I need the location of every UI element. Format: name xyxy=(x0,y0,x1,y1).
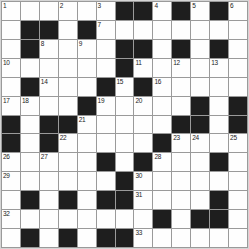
black-cell-r11c4 xyxy=(59,191,77,209)
white-cell-r6c3[interactable] xyxy=(40,97,58,115)
white-cell-r4c6[interactable] xyxy=(97,59,115,77)
white-cell-r3c9[interactable] xyxy=(153,40,171,58)
clue-number-6: 6 xyxy=(230,2,233,9)
white-cell-r8c13[interactable]: 25 xyxy=(229,134,247,152)
white-cell-r3c6[interactable] xyxy=(97,40,115,58)
white-cell-r2c11[interactable] xyxy=(191,21,209,39)
white-cell-r3c13[interactable] xyxy=(229,40,247,58)
black-cell-r5c8 xyxy=(134,78,152,96)
clue-number-18: 18 xyxy=(22,97,29,104)
clue-number-29: 29 xyxy=(3,172,10,179)
white-cell-r2c13[interactable] xyxy=(229,21,247,39)
clue-number-2: 2 xyxy=(60,2,63,9)
white-cell-r6c8[interactable]: 20 xyxy=(134,97,152,115)
white-cell-r10c13[interactable] xyxy=(229,172,247,190)
white-cell-r11c8[interactable]: 31 xyxy=(134,191,152,209)
white-cell-r5c11[interactable] xyxy=(191,78,209,96)
black-cell-r5c6 xyxy=(97,78,115,96)
white-cell-r8c5[interactable] xyxy=(78,134,96,152)
white-cell-r9c2[interactable] xyxy=(21,153,39,171)
white-cell-r3c11[interactable] xyxy=(191,40,209,58)
black-cell-r1c7 xyxy=(116,2,134,20)
black-cell-r7c3 xyxy=(40,116,58,134)
white-cell-r11c9[interactable] xyxy=(153,191,171,209)
black-cell-r7c4 xyxy=(59,116,77,134)
white-cell-r12c3[interactable] xyxy=(40,210,58,228)
white-cell-r6c12[interactable] xyxy=(210,97,228,115)
white-cell-r4c2[interactable] xyxy=(21,59,39,77)
white-cell-r9c10[interactable] xyxy=(172,153,190,171)
black-cell-r12c9 xyxy=(153,210,171,228)
white-cell-r3c5[interactable]: 9 xyxy=(78,40,96,58)
white-cell-r10c8[interactable]: 30 xyxy=(134,172,152,190)
white-cell-r13c1[interactable] xyxy=(2,229,20,247)
white-cell-r13c13[interactable] xyxy=(229,229,247,247)
white-cell-r9c1[interactable]: 26 xyxy=(2,153,20,171)
white-cell-r2c12[interactable] xyxy=(210,21,228,39)
black-cell-r2c5 xyxy=(78,21,96,39)
white-cell-r11c13[interactable] xyxy=(229,191,247,209)
white-cell-r4c8[interactable]: 11 xyxy=(134,59,152,77)
white-cell-r12c13[interactable] xyxy=(229,210,247,228)
white-cell-r7c7[interactable] xyxy=(116,116,134,134)
white-cell-r13c11[interactable] xyxy=(191,229,209,247)
white-cell-r10c10[interactable] xyxy=(172,172,190,190)
white-cell-r1c2[interactable] xyxy=(21,2,39,20)
black-cell-r13c4 xyxy=(59,229,77,247)
white-cell-r13c10[interactable] xyxy=(172,229,190,247)
white-cell-r8c11[interactable]: 24 xyxy=(191,134,209,152)
white-cell-r10c2[interactable] xyxy=(21,172,39,190)
white-cell-r4c13[interactable] xyxy=(229,59,247,77)
black-cell-r13c2 xyxy=(21,229,39,247)
black-cell-r9c6 xyxy=(97,153,115,171)
white-cell-r6c7[interactable] xyxy=(116,97,134,115)
white-cell-r12c5[interactable] xyxy=(78,210,96,228)
white-cell-r9c5[interactable] xyxy=(78,153,96,171)
white-cell-r10c12[interactable] xyxy=(210,172,228,190)
white-cell-r7c6[interactable] xyxy=(97,116,115,134)
black-cell-r8c9 xyxy=(153,134,171,152)
white-cell-r12c6[interactable] xyxy=(97,210,115,228)
white-cell-r11c5[interactable] xyxy=(78,191,96,209)
clue-number-16: 16 xyxy=(154,78,161,85)
white-cell-r4c1[interactable]: 10 xyxy=(2,59,20,77)
black-cell-r7c1 xyxy=(2,116,20,134)
crossword-grid: 1234567891011121314151617181920212223242… xyxy=(1,1,248,248)
black-cell-r11c6 xyxy=(97,191,115,209)
black-cell-r13c7 xyxy=(116,229,134,247)
black-cell-r8c3 xyxy=(40,134,58,152)
white-cell-r9c13[interactable] xyxy=(229,153,247,171)
white-cell-r4c9[interactable] xyxy=(153,59,171,77)
white-cell-r13c5[interactable] xyxy=(78,229,96,247)
white-cell-r1c6[interactable]: 3 xyxy=(97,2,115,20)
black-cell-r7c11 xyxy=(191,116,209,134)
white-cell-r8c4[interactable]: 22 xyxy=(59,134,77,152)
white-cell-r13c3[interactable] xyxy=(40,229,58,247)
white-cell-r8c10[interactable]: 23 xyxy=(172,134,190,152)
clue-number-25: 25 xyxy=(230,134,237,141)
white-cell-r1c9[interactable]: 4 xyxy=(153,2,171,20)
white-cell-r12c1[interactable]: 32 xyxy=(2,210,20,228)
black-cell-r11c12 xyxy=(210,191,228,209)
black-cell-r6c13 xyxy=(229,97,247,115)
white-cell-r12c7[interactable] xyxy=(116,210,134,228)
white-cell-r3c4[interactable] xyxy=(59,40,77,58)
white-cell-r11c3[interactable] xyxy=(40,191,58,209)
white-cell-r6c10[interactable] xyxy=(172,97,190,115)
white-cell-r12c8[interactable] xyxy=(134,210,152,228)
white-cell-r7c9[interactable] xyxy=(153,116,171,134)
black-cell-r11c2 xyxy=(21,191,39,209)
black-cell-r7c10 xyxy=(172,116,190,134)
black-cell-r3c8 xyxy=(134,40,152,58)
white-cell-r3c1[interactable] xyxy=(2,40,20,58)
white-cell-r1c13[interactable]: 6 xyxy=(229,2,247,20)
white-cell-r8c2[interactable] xyxy=(21,134,39,152)
white-cell-r5c5[interactable] xyxy=(78,78,96,96)
clue-number-9: 9 xyxy=(79,40,82,47)
white-cell-r13c9[interactable] xyxy=(153,229,171,247)
white-cell-r7c5[interactable]: 21 xyxy=(78,116,96,134)
white-cell-r8c6[interactable] xyxy=(97,134,115,152)
clue-number-5: 5 xyxy=(192,2,195,9)
white-cell-r5c4[interactable] xyxy=(59,78,77,96)
white-cell-r2c10[interactable] xyxy=(172,21,190,39)
white-cell-r2c6[interactable]: 7 xyxy=(97,21,115,39)
white-cell-r2c4[interactable] xyxy=(59,21,77,39)
clue-number-32: 32 xyxy=(3,210,10,217)
white-cell-r11c1[interactable] xyxy=(2,191,20,209)
clue-number-26: 26 xyxy=(3,153,10,160)
black-cell-r10c7 xyxy=(116,172,134,190)
white-cell-r5c13[interactable] xyxy=(229,78,247,96)
white-cell-r9c4[interactable] xyxy=(59,153,77,171)
clue-number-23: 23 xyxy=(173,134,180,141)
clue-number-21: 21 xyxy=(79,116,86,123)
clue-number-13: 13 xyxy=(211,59,218,66)
black-cell-r11c7 xyxy=(116,191,134,209)
white-cell-r4c12[interactable]: 13 xyxy=(210,59,228,77)
white-cell-r2c7[interactable] xyxy=(116,21,134,39)
white-cell-r4c11[interactable] xyxy=(191,59,209,77)
clue-number-14: 14 xyxy=(41,78,48,85)
black-cell-r9c12 xyxy=(210,153,228,171)
black-cell-r1c10 xyxy=(172,2,190,20)
crossword-board-frame: 1234567891011121314151617181920212223242… xyxy=(0,0,249,249)
white-cell-r10c9[interactable] xyxy=(153,172,171,190)
clue-number-17: 17 xyxy=(3,97,10,104)
white-cell-r2c1[interactable] xyxy=(2,21,20,39)
white-cell-r2c8[interactable] xyxy=(134,21,152,39)
black-cell-r12c12 xyxy=(210,210,228,228)
white-cell-r4c5[interactable] xyxy=(78,59,96,77)
white-cell-r1c4[interactable]: 2 xyxy=(59,2,77,20)
white-cell-r2c9[interactable] xyxy=(153,21,171,39)
clue-number-27: 27 xyxy=(41,153,48,160)
white-cell-r9c3[interactable]: 27 xyxy=(40,153,58,171)
white-cell-r4c10[interactable]: 12 xyxy=(172,59,190,77)
white-cell-r6c9[interactable] xyxy=(153,97,171,115)
white-cell-r3c3[interactable]: 8 xyxy=(40,40,58,58)
white-cell-r12c10[interactable] xyxy=(172,210,190,228)
white-cell-r9c7[interactable] xyxy=(116,153,134,171)
white-cell-r6c6[interactable]: 19 xyxy=(97,97,115,115)
white-cell-r10c3[interactable] xyxy=(40,172,58,190)
black-cell-r3c2 xyxy=(21,40,39,58)
white-cell-r8c7[interactable] xyxy=(116,134,134,152)
white-cell-r8c12[interactable] xyxy=(210,134,228,152)
white-cell-r10c4[interactable] xyxy=(59,172,77,190)
black-cell-r4c7 xyxy=(116,59,134,77)
white-cell-r7c8[interactable] xyxy=(134,116,152,134)
black-cell-r3c7 xyxy=(116,40,134,58)
black-cell-r2c2 xyxy=(21,21,39,39)
white-cell-r7c12[interactable] xyxy=(210,116,228,134)
white-cell-r10c6[interactable] xyxy=(97,172,115,190)
black-cell-r6c5 xyxy=(78,97,96,115)
clue-number-24: 24 xyxy=(192,134,199,141)
white-cell-r9c11[interactable] xyxy=(191,153,209,171)
white-cell-r6c1[interactable]: 17 xyxy=(2,97,20,115)
clue-number-4: 4 xyxy=(154,2,157,9)
white-cell-r4c3[interactable] xyxy=(40,59,58,77)
white-cell-r5c9[interactable]: 16 xyxy=(153,78,171,96)
white-cell-r9c9[interactable]: 28 xyxy=(153,153,171,171)
clue-number-3: 3 xyxy=(98,2,101,9)
black-cell-r9c8 xyxy=(134,153,152,171)
white-cell-r5c1[interactable] xyxy=(2,78,20,96)
black-cell-r3c12 xyxy=(210,40,228,58)
black-cell-r1c12 xyxy=(210,2,228,20)
clue-number-33: 33 xyxy=(135,229,142,236)
clue-number-7: 7 xyxy=(98,21,101,28)
black-cell-r12c11 xyxy=(191,210,209,228)
clue-number-1: 1 xyxy=(3,2,6,9)
white-cell-r5c7[interactable]: 15 xyxy=(116,78,134,96)
white-cell-r4c4[interactable] xyxy=(59,59,77,77)
white-cell-r5c3[interactable]: 14 xyxy=(40,78,58,96)
white-cell-r1c5[interactable] xyxy=(78,2,96,20)
white-cell-r13c12[interactable] xyxy=(210,229,228,247)
white-cell-r8c8[interactable] xyxy=(134,134,152,152)
white-cell-r13c8[interactable]: 33 xyxy=(134,229,152,247)
white-cell-r11c11[interactable] xyxy=(191,191,209,209)
white-cell-r7c2[interactable] xyxy=(21,116,39,134)
clue-number-28: 28 xyxy=(154,153,161,160)
clue-number-11: 11 xyxy=(135,59,141,66)
clue-number-12: 12 xyxy=(173,59,180,66)
white-cell-r10c1[interactable]: 29 xyxy=(2,172,20,190)
black-cell-r1c8 xyxy=(134,2,152,20)
clue-number-20: 20 xyxy=(135,97,142,104)
clue-number-19: 19 xyxy=(98,97,105,104)
white-cell-r5c10[interactable] xyxy=(172,78,190,96)
clue-number-30: 30 xyxy=(135,172,142,179)
white-cell-r10c5[interactable] xyxy=(78,172,96,190)
white-cell-r11c10[interactable] xyxy=(172,191,190,209)
white-cell-r1c1[interactable]: 1 xyxy=(2,2,20,20)
clue-number-15: 15 xyxy=(117,78,124,85)
black-cell-r6c11 xyxy=(191,97,209,115)
white-cell-r1c3[interactable] xyxy=(40,2,58,20)
white-cell-r6c4[interactable] xyxy=(59,97,77,115)
white-cell-r1c11[interactable]: 5 xyxy=(191,2,209,20)
white-cell-r12c4[interactable] xyxy=(59,210,77,228)
white-cell-r10c11[interactable] xyxy=(191,172,209,190)
white-cell-r5c12[interactable] xyxy=(210,78,228,96)
black-cell-r13c6 xyxy=(97,229,115,247)
black-cell-r8c1 xyxy=(2,134,20,152)
white-cell-r12c2[interactable] xyxy=(21,210,39,228)
clue-number-22: 22 xyxy=(60,134,67,141)
clue-number-31: 31 xyxy=(135,191,142,198)
white-cell-r6c2[interactable]: 18 xyxy=(21,97,39,115)
black-cell-r5c2 xyxy=(21,78,39,96)
clue-number-10: 10 xyxy=(3,59,10,66)
black-cell-r2c3 xyxy=(40,21,58,39)
clue-number-8: 8 xyxy=(41,40,44,47)
black-cell-r7c13 xyxy=(229,116,247,134)
black-cell-r3c10 xyxy=(172,40,190,58)
